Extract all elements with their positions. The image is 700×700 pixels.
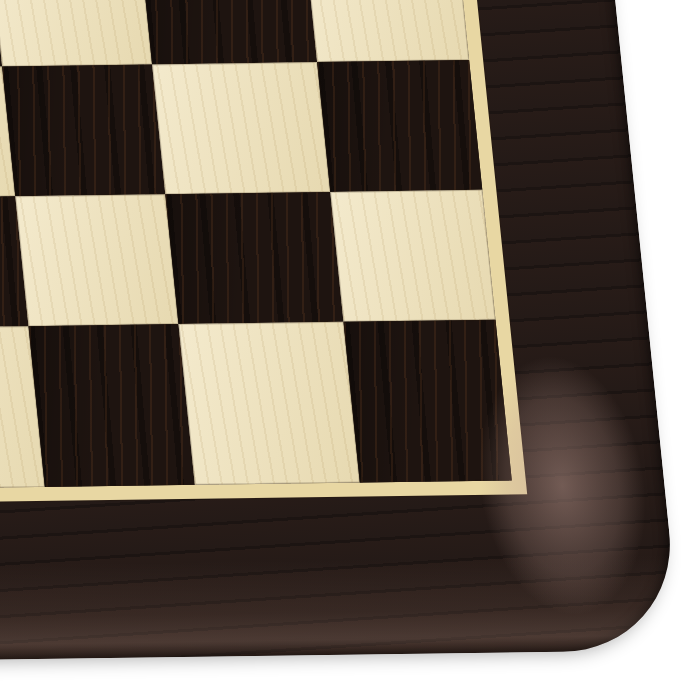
board-square [317, 60, 482, 192]
maple-inlay-border [0, 0, 527, 512]
board-square [178, 322, 359, 485]
board-square [29, 324, 195, 487]
board-square [304, 0, 469, 62]
board-square [152, 62, 330, 194]
photo-background [0, 0, 700, 700]
board-square [343, 320, 511, 483]
chessboard [0, 0, 512, 497]
board-square [139, 0, 317, 64]
board-square [2, 64, 165, 196]
chessboard-frame [0, 0, 681, 671]
board-square [15, 194, 178, 326]
board-square [0, 0, 152, 66]
bottom-edge-highlight [0, 555, 681, 671]
board-square [330, 190, 495, 322]
board-square [165, 192, 343, 324]
